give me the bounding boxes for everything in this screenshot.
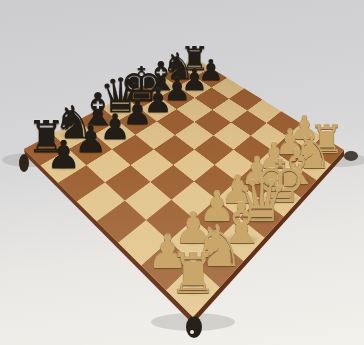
board-foot-bottom-glint [190, 330, 194, 334]
board-foot-bottom [186, 316, 202, 338]
piece-white-rook-a1[interactable]: ♜ [168, 247, 218, 302]
piece-black-pawn-a7[interactable]: ♟ [46, 136, 81, 175]
board-clasp-right [344, 151, 358, 161]
chess-set-photo: ♜♞♝♛♚♝♞♜♟♟♟♟♟♟♟♟♟♟♟♟♟♟♟♟♜♞♝♛♚♝♞♜ [0, 0, 364, 345]
